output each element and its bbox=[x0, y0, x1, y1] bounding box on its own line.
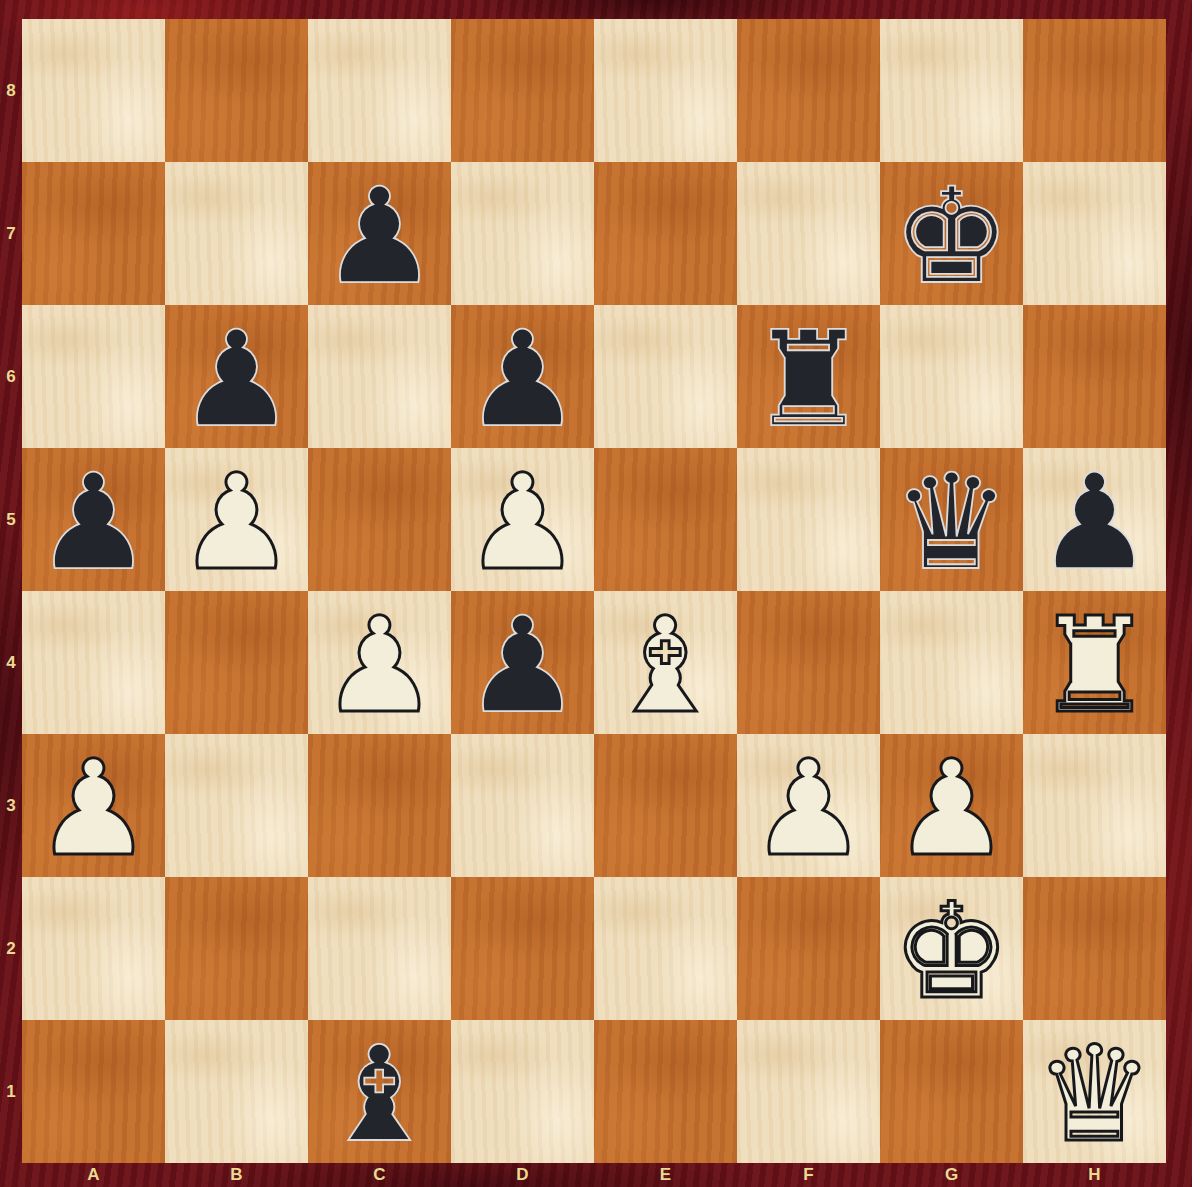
square-g3[interactable]: ♟ bbox=[880, 734, 1023, 877]
square-b2[interactable] bbox=[165, 877, 308, 1020]
piece-white-pawn: ♟ bbox=[320, 594, 438, 737]
piece-black-king: ♚ bbox=[892, 165, 1010, 308]
square-c4[interactable]: ♟ bbox=[308, 591, 451, 734]
square-e8[interactable] bbox=[594, 19, 737, 162]
square-d7[interactable] bbox=[451, 162, 594, 305]
rank-label-4: 4 bbox=[0, 591, 22, 734]
square-f4[interactable] bbox=[737, 591, 880, 734]
rank-label-5: 5 bbox=[0, 448, 22, 591]
file-label-g: G bbox=[880, 1163, 1023, 1187]
square-c7[interactable]: ♟ bbox=[308, 162, 451, 305]
square-b5[interactable]: ♟ bbox=[165, 448, 308, 591]
piece-black-rook: ♜ bbox=[749, 308, 867, 451]
file-label-c: C bbox=[308, 1163, 451, 1187]
square-g1[interactable] bbox=[880, 1020, 1023, 1163]
piece-white-rook: ♜ bbox=[1035, 594, 1153, 737]
file-label-b: B bbox=[165, 1163, 308, 1187]
square-f8[interactable] bbox=[737, 19, 880, 162]
square-f1[interactable] bbox=[737, 1020, 880, 1163]
square-b4[interactable] bbox=[165, 591, 308, 734]
square-h2[interactable] bbox=[1023, 877, 1166, 1020]
square-e1[interactable] bbox=[594, 1020, 737, 1163]
square-c1[interactable]: ♝ bbox=[308, 1020, 451, 1163]
file-label-e: E bbox=[594, 1163, 737, 1187]
rank-labels: 87654321 bbox=[0, 19, 22, 1163]
square-h3[interactable] bbox=[1023, 734, 1166, 877]
square-h8[interactable] bbox=[1023, 19, 1166, 162]
square-e4[interactable]: ♝ bbox=[594, 591, 737, 734]
square-a4[interactable] bbox=[22, 591, 165, 734]
piece-white-bishop: ♝ bbox=[606, 594, 724, 737]
square-c3[interactable] bbox=[308, 734, 451, 877]
piece-black-pawn: ♟ bbox=[463, 308, 581, 451]
square-g7[interactable]: ♚ bbox=[880, 162, 1023, 305]
square-e7[interactable] bbox=[594, 162, 737, 305]
piece-black-pawn: ♟ bbox=[34, 451, 152, 594]
chess-board-frame: 87654321 ♟♚♟♟♜♟♟♟♛♟♟♟♝♜♟♟♟♚♝♛ ABCDEFGH bbox=[0, 0, 1192, 1187]
piece-white-pawn: ♟ bbox=[177, 451, 295, 594]
square-g6[interactable] bbox=[880, 305, 1023, 448]
square-e3[interactable] bbox=[594, 734, 737, 877]
square-c8[interactable] bbox=[308, 19, 451, 162]
square-d6[interactable]: ♟ bbox=[451, 305, 594, 448]
square-h6[interactable] bbox=[1023, 305, 1166, 448]
square-g5[interactable]: ♛ bbox=[880, 448, 1023, 591]
square-e5[interactable] bbox=[594, 448, 737, 591]
square-a6[interactable] bbox=[22, 305, 165, 448]
square-a2[interactable] bbox=[22, 877, 165, 1020]
square-b6[interactable]: ♟ bbox=[165, 305, 308, 448]
piece-white-pawn: ♟ bbox=[34, 737, 152, 880]
square-c6[interactable] bbox=[308, 305, 451, 448]
square-h1[interactable]: ♛ bbox=[1023, 1020, 1166, 1163]
piece-white-queen: ♛ bbox=[1035, 1023, 1153, 1166]
square-a3[interactable]: ♟ bbox=[22, 734, 165, 877]
square-f6[interactable]: ♜ bbox=[737, 305, 880, 448]
square-f2[interactable] bbox=[737, 877, 880, 1020]
square-h7[interactable] bbox=[1023, 162, 1166, 305]
square-d5[interactable]: ♟ bbox=[451, 448, 594, 591]
rank-label-2: 2 bbox=[0, 877, 22, 1020]
square-e6[interactable] bbox=[594, 305, 737, 448]
piece-black-bishop: ♝ bbox=[320, 1023, 438, 1166]
square-c2[interactable] bbox=[308, 877, 451, 1020]
piece-black-queen: ♛ bbox=[892, 451, 1010, 594]
piece-white-king: ♚ bbox=[892, 880, 1010, 1023]
square-d1[interactable] bbox=[451, 1020, 594, 1163]
square-f3[interactable]: ♟ bbox=[737, 734, 880, 877]
square-f7[interactable] bbox=[737, 162, 880, 305]
page-edge-strip bbox=[1192, 0, 1200, 1187]
square-a1[interactable] bbox=[22, 1020, 165, 1163]
square-d8[interactable] bbox=[451, 19, 594, 162]
square-a8[interactable] bbox=[22, 19, 165, 162]
square-f5[interactable] bbox=[737, 448, 880, 591]
square-d3[interactable] bbox=[451, 734, 594, 877]
file-label-a: A bbox=[22, 1163, 165, 1187]
board-grid: ♟♚♟♟♜♟♟♟♛♟♟♟♝♜♟♟♟♚♝♛ bbox=[22, 19, 1166, 1163]
rank-label-3: 3 bbox=[0, 734, 22, 877]
piece-black-pawn: ♟ bbox=[463, 594, 581, 737]
rank-label-1: 1 bbox=[0, 1020, 22, 1163]
square-g2[interactable]: ♚ bbox=[880, 877, 1023, 1020]
square-e2[interactable] bbox=[594, 877, 737, 1020]
file-labels: ABCDEFGH bbox=[22, 1163, 1166, 1187]
piece-white-pawn: ♟ bbox=[463, 451, 581, 594]
rank-label-8: 8 bbox=[0, 19, 22, 162]
square-g8[interactable] bbox=[880, 19, 1023, 162]
square-h4[interactable]: ♜ bbox=[1023, 591, 1166, 734]
square-a7[interactable] bbox=[22, 162, 165, 305]
square-b7[interactable] bbox=[165, 162, 308, 305]
piece-black-pawn: ♟ bbox=[1035, 451, 1153, 594]
square-c5[interactable] bbox=[308, 448, 451, 591]
square-b1[interactable] bbox=[165, 1020, 308, 1163]
piece-black-pawn: ♟ bbox=[177, 308, 295, 451]
rank-label-7: 7 bbox=[0, 162, 22, 305]
square-a5[interactable]: ♟ bbox=[22, 448, 165, 591]
file-label-h: H bbox=[1023, 1163, 1166, 1187]
rank-label-6: 6 bbox=[0, 305, 22, 448]
piece-white-pawn: ♟ bbox=[749, 737, 867, 880]
square-d2[interactable] bbox=[451, 877, 594, 1020]
square-d4[interactable]: ♟ bbox=[451, 591, 594, 734]
square-b3[interactable] bbox=[165, 734, 308, 877]
file-label-f: F bbox=[737, 1163, 880, 1187]
square-h5[interactable]: ♟ bbox=[1023, 448, 1166, 591]
piece-white-pawn: ♟ bbox=[892, 737, 1010, 880]
file-label-d: D bbox=[451, 1163, 594, 1187]
square-b8[interactable] bbox=[165, 19, 308, 162]
piece-black-pawn: ♟ bbox=[320, 165, 438, 308]
square-g4[interactable] bbox=[880, 591, 1023, 734]
